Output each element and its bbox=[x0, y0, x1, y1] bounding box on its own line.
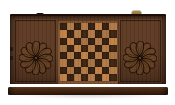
board-square bbox=[109, 52, 116, 59]
board-square bbox=[81, 45, 88, 52]
board-square bbox=[60, 30, 67, 37]
board-square bbox=[102, 52, 109, 59]
board-square bbox=[88, 23, 95, 30]
drop-shadow bbox=[12, 92, 164, 98]
board-square bbox=[74, 74, 81, 81]
board-square bbox=[88, 45, 95, 52]
board-square bbox=[60, 23, 67, 30]
side-clasp-mark bbox=[10, 47, 13, 51]
board-square bbox=[74, 30, 81, 37]
board-square bbox=[67, 67, 74, 74]
product-photo-backgammon-case bbox=[0, 0, 175, 105]
board-square bbox=[109, 67, 116, 74]
side-clasp-mark bbox=[10, 56, 13, 60]
board-square bbox=[102, 59, 109, 66]
board-square bbox=[60, 52, 67, 59]
board-square bbox=[102, 30, 109, 37]
board-square bbox=[102, 23, 109, 30]
board bbox=[60, 23, 117, 81]
board-square bbox=[60, 38, 67, 45]
case-front-face bbox=[10, 16, 166, 84]
board-square bbox=[74, 59, 81, 66]
board-square bbox=[67, 30, 74, 37]
board-square bbox=[60, 67, 67, 74]
board-square bbox=[88, 59, 95, 66]
board-square bbox=[74, 45, 81, 52]
board-square bbox=[102, 45, 109, 52]
board-square bbox=[81, 52, 88, 59]
board-square bbox=[81, 67, 88, 74]
board-square bbox=[67, 23, 74, 30]
board-square bbox=[67, 74, 74, 81]
board-square bbox=[81, 74, 88, 81]
board-square bbox=[60, 45, 67, 52]
board-square bbox=[102, 67, 109, 74]
board-square bbox=[109, 45, 116, 52]
board-square bbox=[60, 74, 67, 81]
board-square bbox=[67, 45, 74, 52]
board-square bbox=[88, 30, 95, 37]
board-square bbox=[109, 59, 116, 66]
board-square bbox=[67, 59, 74, 66]
board-square bbox=[81, 30, 88, 37]
board-square bbox=[109, 23, 116, 30]
pinwheel-rosette-carving-right bbox=[123, 41, 157, 75]
board-square bbox=[60, 59, 67, 66]
board-square bbox=[88, 52, 95, 59]
board-square bbox=[74, 38, 81, 45]
pinwheel-rosette-carving-left bbox=[19, 41, 53, 75]
board-square bbox=[88, 38, 95, 45]
board-square bbox=[88, 74, 95, 81]
board-square bbox=[81, 23, 88, 30]
board-square bbox=[67, 38, 74, 45]
board-square bbox=[81, 59, 88, 66]
board-square bbox=[109, 30, 116, 37]
board-square bbox=[95, 52, 102, 59]
wooden-case bbox=[10, 13, 166, 92]
board-square bbox=[95, 67, 102, 74]
board-square bbox=[102, 74, 109, 81]
board-square bbox=[74, 52, 81, 59]
board-square bbox=[88, 67, 95, 74]
board-square bbox=[109, 74, 116, 81]
board-square bbox=[74, 67, 81, 74]
board-square bbox=[95, 30, 102, 37]
board-square bbox=[81, 38, 88, 45]
chessboard-panel bbox=[58, 21, 118, 84]
board-square bbox=[95, 38, 102, 45]
board-square bbox=[95, 45, 102, 52]
board-square bbox=[95, 74, 102, 81]
board-square bbox=[95, 59, 102, 66]
board-square bbox=[109, 38, 116, 45]
board-square bbox=[67, 52, 74, 59]
board-square bbox=[74, 23, 81, 30]
board-square bbox=[102, 38, 109, 45]
board-square bbox=[95, 23, 102, 30]
